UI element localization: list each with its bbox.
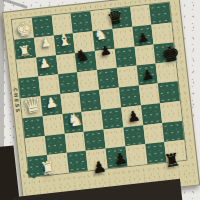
square-c8[interactable] (160, 101, 182, 123)
square-g6[interactable] (112, 27, 134, 49)
square-d5[interactable] (99, 88, 121, 110)
black-knight-f4[interactable]: ♞ (72, 45, 94, 67)
white-rook-a1[interactable]: ♜ (37, 158, 59, 180)
black-pawn-a4[interactable]: ♟ (89, 156, 111, 178)
square-b5[interactable] (103, 127, 125, 149)
square-f6[interactable] (114, 46, 136, 68)
black-pawn-g7[interactable]: ♟ (132, 26, 154, 48)
square-d7[interactable] (138, 83, 160, 105)
pawn-glyph: ♟ (99, 44, 112, 58)
pawn-glyph: ♟ (137, 30, 150, 44)
square-e6[interactable] (117, 66, 139, 88)
knight-glyph: ♞ (66, 110, 84, 130)
square-d4[interactable] (79, 90, 101, 112)
black-pawn-a5[interactable]: ♟ (110, 148, 132, 170)
white-knight-c3[interactable]: ♞ (64, 109, 86, 131)
rook-glyph: ♜ (39, 159, 57, 179)
square-e4[interactable] (77, 70, 99, 92)
pawn-glyph: ♟ (92, 159, 108, 176)
playing-area: ♚♜♟♟♝♞♛♟♞♜♛♟♞♟♚♟♟♟♟♜ (12, 3, 186, 177)
square-b4[interactable] (84, 129, 106, 151)
square-h7[interactable] (130, 5, 152, 27)
square-e3[interactable] (58, 72, 80, 94)
chess-board: CHESS ❖ ♚♜♟♟♝♞♛♟♞♜♛♟♞♟♚♟♟♟♟♜ (2, 0, 200, 200)
pawn-glyph: ♟ (126, 108, 141, 124)
square-b7[interactable] (143, 123, 165, 145)
black-rook-a8[interactable]: ♜ (162, 150, 184, 172)
white-pawn-f2[interactable]: ♟ (34, 53, 56, 75)
king-glyph: ♚ (14, 19, 34, 40)
pawn-glyph: ♟ (40, 35, 53, 49)
black-king-f8[interactable]: ♚ (160, 43, 182, 65)
square-c1[interactable] (23, 116, 45, 138)
black-pawn-c6[interactable]: ♟ (123, 105, 145, 127)
square-e5[interactable] (97, 68, 119, 90)
rook-glyph: ♜ (163, 151, 181, 171)
white-king-h1[interactable]: ♚ (13, 19, 35, 41)
pawn-glyph: ♟ (140, 67, 154, 82)
square-d6[interactable] (119, 85, 141, 107)
square-c5[interactable] (101, 107, 123, 129)
square-b8[interactable] (162, 120, 184, 142)
square-c2[interactable] (42, 114, 64, 136)
square-b6[interactable] (123, 125, 145, 147)
white-pawn-d2[interactable]: ♟ (40, 92, 62, 114)
pawn-glyph: ♟ (44, 95, 58, 110)
black-pawn-f5[interactable]: ♟ (95, 40, 117, 62)
rook-glyph: ♜ (17, 44, 32, 60)
square-b2[interactable] (45, 133, 67, 155)
pawn-glyph: ♟ (113, 150, 129, 167)
square-h4[interactable] (71, 11, 93, 33)
pawn-glyph: ♟ (38, 57, 51, 71)
table-scratch (2, 0, 28, 9)
king-glyph: ♚ (160, 43, 181, 66)
square-b1[interactable] (25, 136, 47, 158)
square-a3[interactable] (66, 151, 88, 173)
black-pawn-e7[interactable]: ♟ (136, 64, 158, 86)
square-h8[interactable] (149, 3, 171, 25)
white-rook-g1[interactable]: ♜ (13, 41, 35, 63)
square-d8[interactable] (158, 81, 180, 103)
table-surface: CHESS ❖ ♚♜♟♟♝♞♛♟♞♜♛♟♞♟♚♟♟♟♟♜ (0, 0, 200, 200)
knight-glyph: ♞ (74, 47, 90, 65)
square-b3[interactable] (64, 131, 86, 153)
